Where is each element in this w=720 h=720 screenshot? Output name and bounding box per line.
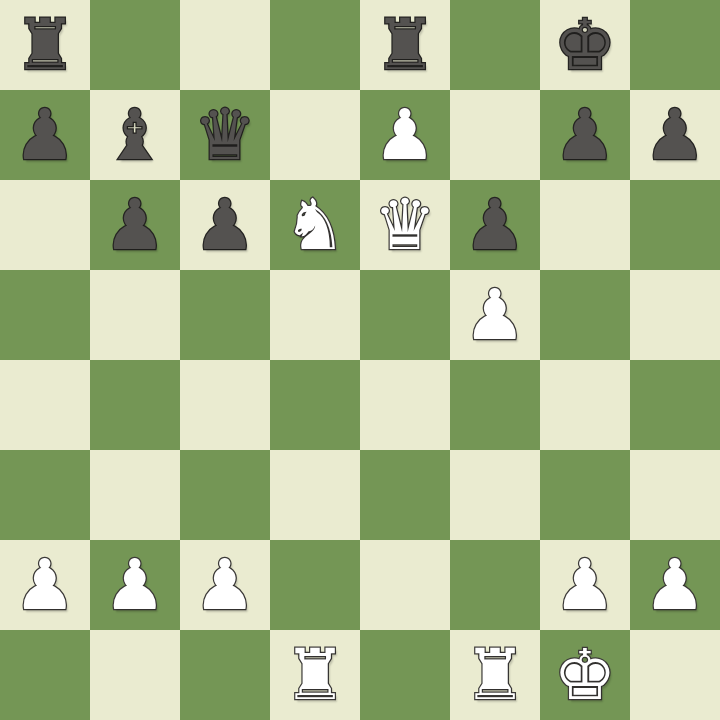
square-c6[interactable]: ♟ <box>180 180 270 270</box>
square-d6[interactable]: ♞ <box>270 180 360 270</box>
square-a7[interactable]: ♟ <box>0 90 90 180</box>
square-g4[interactable] <box>540 360 630 450</box>
piece-black-pawn-h7[interactable]: ♟ <box>630 90 720 180</box>
square-e4[interactable] <box>360 360 450 450</box>
square-d1[interactable]: ♜ <box>270 630 360 720</box>
square-b5[interactable] <box>90 270 180 360</box>
square-d5[interactable] <box>270 270 360 360</box>
piece-black-queen-c7[interactable]: ♛ <box>180 90 270 180</box>
square-h7[interactable]: ♟ <box>630 90 720 180</box>
square-e6[interactable]: ♛ <box>360 180 450 270</box>
square-g8[interactable]: ♚ <box>540 0 630 90</box>
square-h1[interactable] <box>630 630 720 720</box>
square-d3[interactable] <box>270 450 360 540</box>
square-b2[interactable]: ♟ <box>90 540 180 630</box>
square-h4[interactable] <box>630 360 720 450</box>
square-a8[interactable]: ♜ <box>0 0 90 90</box>
square-a1[interactable] <box>0 630 90 720</box>
piece-black-pawn-c6[interactable]: ♟ <box>180 180 270 270</box>
square-h6[interactable] <box>630 180 720 270</box>
square-b3[interactable] <box>90 450 180 540</box>
square-b4[interactable] <box>90 360 180 450</box>
piece-white-pawn-h2[interactable]: ♟ <box>630 540 720 630</box>
square-c5[interactable] <box>180 270 270 360</box>
square-f4[interactable] <box>450 360 540 450</box>
piece-white-pawn-a2[interactable]: ♟ <box>0 540 90 630</box>
square-c3[interactable] <box>180 450 270 540</box>
square-g2[interactable]: ♟ <box>540 540 630 630</box>
square-g5[interactable] <box>540 270 630 360</box>
square-h3[interactable] <box>630 450 720 540</box>
square-g7[interactable]: ♟ <box>540 90 630 180</box>
square-e7[interactable]: ♟ <box>360 90 450 180</box>
piece-white-pawn-g2[interactable]: ♟ <box>540 540 630 630</box>
square-a6[interactable] <box>0 180 90 270</box>
square-f3[interactable] <box>450 450 540 540</box>
piece-black-king-g8[interactable]: ♚ <box>540 0 630 90</box>
square-h2[interactable]: ♟ <box>630 540 720 630</box>
square-c4[interactable] <box>180 360 270 450</box>
square-h5[interactable] <box>630 270 720 360</box>
square-f1[interactable]: ♜ <box>450 630 540 720</box>
square-a4[interactable] <box>0 360 90 450</box>
piece-white-pawn-e7[interactable]: ♟ <box>360 90 450 180</box>
square-a5[interactable] <box>0 270 90 360</box>
piece-white-rook-f1[interactable]: ♜ <box>450 630 540 720</box>
square-b6[interactable]: ♟ <box>90 180 180 270</box>
piece-white-king-g1[interactable]: ♚ <box>540 630 630 720</box>
square-c8[interactable] <box>180 0 270 90</box>
square-d7[interactable] <box>270 90 360 180</box>
piece-black-pawn-b6[interactable]: ♟ <box>90 180 180 270</box>
piece-black-pawn-a7[interactable]: ♟ <box>0 90 90 180</box>
square-f8[interactable] <box>450 0 540 90</box>
piece-black-pawn-g7[interactable]: ♟ <box>540 90 630 180</box>
square-b7[interactable]: ♝ <box>90 90 180 180</box>
piece-white-pawn-b2[interactable]: ♟ <box>90 540 180 630</box>
square-f6[interactable]: ♟ <box>450 180 540 270</box>
piece-white-pawn-f5[interactable]: ♟ <box>450 270 540 360</box>
square-g3[interactable] <box>540 450 630 540</box>
square-f5[interactable]: ♟ <box>450 270 540 360</box>
piece-white-knight-d6[interactable]: ♞ <box>270 180 360 270</box>
square-g6[interactable] <box>540 180 630 270</box>
square-e1[interactable] <box>360 630 450 720</box>
square-e2[interactable] <box>360 540 450 630</box>
square-c2[interactable]: ♟ <box>180 540 270 630</box>
piece-white-pawn-c2[interactable]: ♟ <box>180 540 270 630</box>
piece-white-rook-d1[interactable]: ♜ <box>270 630 360 720</box>
square-b8[interactable] <box>90 0 180 90</box>
square-e3[interactable] <box>360 450 450 540</box>
square-c7[interactable]: ♛ <box>180 90 270 180</box>
square-d8[interactable] <box>270 0 360 90</box>
square-c1[interactable] <box>180 630 270 720</box>
square-g1[interactable]: ♚ <box>540 630 630 720</box>
square-d2[interactable] <box>270 540 360 630</box>
square-e8[interactable]: ♜ <box>360 0 450 90</box>
piece-black-rook-a8[interactable]: ♜ <box>0 0 90 90</box>
square-d4[interactable] <box>270 360 360 450</box>
piece-black-bishop-b7[interactable]: ♝ <box>90 90 180 180</box>
piece-white-queen-e6[interactable]: ♛ <box>360 180 450 270</box>
square-h8[interactable] <box>630 0 720 90</box>
square-f2[interactable] <box>450 540 540 630</box>
square-a2[interactable]: ♟ <box>0 540 90 630</box>
chess-board: ♜♜♚♟♝♛♟♟♟♟♟♞♛♟♟♟♟♟♟♟♜♜♚ <box>0 0 720 720</box>
square-b1[interactable] <box>90 630 180 720</box>
piece-black-pawn-f6[interactable]: ♟ <box>450 180 540 270</box>
square-e5[interactable] <box>360 270 450 360</box>
piece-black-rook-e8[interactable]: ♜ <box>360 0 450 90</box>
square-f7[interactable] <box>450 90 540 180</box>
square-a3[interactable] <box>0 450 90 540</box>
